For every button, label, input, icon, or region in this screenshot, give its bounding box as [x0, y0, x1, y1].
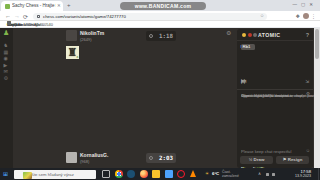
bookmark-star-icon[interactable]: ☆	[260, 13, 264, 18]
learn-icon[interactable]: ◉	[4, 55, 8, 61]
player-rating: (968)	[80, 159, 89, 164]
scrollbar-thumb[interactable]	[315, 29, 319, 59]
settings-icon[interactable]: ⚙	[4, 75, 8, 81]
search-highlight-art[interactable]	[23, 172, 32, 179]
flip-board-icon[interactable]: ⇲	[305, 79, 309, 84]
reload-icon[interactable]: ⟳	[23, 13, 28, 20]
player-clock: 2:03	[146, 153, 176, 164]
profile-avatar[interactable]	[303, 13, 309, 19]
opponent-avatar[interactable]	[66, 30, 77, 41]
player-avatar[interactable]	[66, 152, 77, 163]
opponent-clock: 1:18	[146, 31, 176, 42]
coin-icon	[242, 33, 246, 37]
volume-icon[interactable]	[272, 173, 275, 176]
close-icon[interactable]: ✕	[309, 2, 317, 7]
chesscom-logo-icon[interactable]: ♟	[3, 29, 9, 37]
emoji-icon[interactable]: ☺	[305, 148, 310, 153]
game-panel: ATOMIC ? 9.Kd1Rd810.Bxg5Bg4+11.Kc2Bd1+12…	[237, 29, 313, 168]
opera-icon[interactable]	[177, 170, 185, 178]
jump-end-button[interactable]: >|	[241, 79, 245, 84]
task-view-icon[interactable]	[102, 170, 110, 178]
opponent-rating: (2649)	[80, 37, 92, 42]
puzzles-icon[interactable]: ▦	[4, 49, 9, 55]
news-icon[interactable]: ✉	[4, 68, 8, 74]
tab-title: Šachy Chess - Hrajte šachy	[12, 3, 56, 8]
url-text[interactable]: chess.com/variants/atomic/game/74277770	[43, 14, 126, 19]
play-icon[interactable]: ♞	[4, 42, 8, 48]
windows-taskbar: ⊞ Napíšte sem hľadaný výraz ☀ 6°C Čiast.…	[0, 168, 320, 180]
new-tab-button[interactable]: +	[67, 2, 71, 8]
chesscom-favicon	[5, 4, 10, 9]
page-scrollbar[interactable]	[314, 28, 320, 168]
watch-icon[interactable]: ▶	[4, 62, 8, 68]
clock-icon	[149, 34, 153, 38]
chess-board[interactable]: 1♜♝♜2♚♝♟♜3♟♞4♟56♟♟7♟♟♟♟♟8hgfe♚dcb♝a♜	[66, 46, 170, 150]
vlc-icon[interactable]	[190, 170, 196, 177]
action-buttons: ½ Draw ⚑ Resign	[240, 156, 310, 165]
black-piece: ♜	[66, 46, 79, 59]
panel-header: ATOMIC ?	[237, 29, 313, 41]
help-icon[interactable]: ?	[306, 32, 309, 38]
weather-sun-icon[interactable]: ☀	[205, 171, 209, 176]
divider	[237, 89, 313, 90]
lock-icon	[37, 15, 40, 18]
extensions-icon[interactable]: ❖	[296, 13, 300, 19]
firefox-icon[interactable]	[140, 170, 148, 178]
window-controls[interactable]: —▢✕	[292, 2, 317, 7]
tray-date[interactable]: 13.9.2023	[283, 174, 311, 178]
chesscom-page: ♟ ♞▦◉▶✉⚙ NikolinTm (2649) 1:18 1♜♝♜2♚♝♟♜…	[0, 28, 320, 168]
edge-icon[interactable]	[127, 170, 135, 178]
player-name[interactable]: KornaliusG.	[80, 152, 108, 158]
bookmark-item[interactable]: Moji kamaráti – Ov…	[7, 21, 44, 28]
browser-toolbar: ← → ⟳ chess.com/variants/atomic/game/742…	[0, 11, 320, 21]
screen: Šachy Chess - Hrajte šachy ✕ + www.BANDI…	[0, 0, 320, 180]
tab-strip: Šachy Chess - Hrajte šachy ✕ + www.BANDI…	[0, 0, 320, 11]
tray-caret-icon[interactable]: ∧	[258, 171, 261, 176]
bomb-icon	[248, 33, 252, 37]
photos-icon[interactable]	[165, 170, 173, 178]
move-nav: |<<<<>>>>|⇲	[241, 79, 309, 87]
bandicam-watermark: www.BANDICAM.com	[120, 2, 206, 10]
network-icon[interactable]	[266, 173, 269, 176]
top-player-bar: NikolinTm (2649) 1:18	[66, 30, 176, 43]
chat-line: Game #16659770 created.	[241, 93, 290, 99]
variant-title: ATOMIC	[258, 32, 280, 38]
weather-temp[interactable]: 6°C	[212, 171, 219, 176]
chrome-icon[interactable]	[115, 170, 123, 178]
taskbar-search[interactable]: Napíšte sem hľadaný výraz	[14, 170, 96, 179]
bottom-player-bar: KornaliusG. (968) 2:03	[66, 152, 176, 165]
explorer-icon[interactable]	[152, 170, 160, 178]
board-square[interactable]: a♜	[66, 46, 79, 59]
start-button-icon[interactable]: ⊞	[3, 171, 8, 177]
browser-tab[interactable]: Šachy Chess - Hrajte šachy ✕	[1, 1, 63, 11]
pawn-badge-icon	[253, 33, 257, 37]
menu-dots-icon[interactable]: ⋮	[311, 13, 316, 19]
maximize-icon[interactable]: ▢	[301, 2, 309, 7]
back-icon[interactable]: ←	[5, 13, 11, 19]
chat-notice: Please keep chat respectful	[241, 149, 309, 154]
white-move[interactable]: Rb1	[241, 44, 255, 50]
weather-desc[interactable]: Čiast.zamračené	[222, 170, 239, 179]
opponent-name[interactable]: NikolinTm	[80, 30, 104, 36]
address-bar[interactable]: chess.com/variants/atomic/game/74277770 …	[33, 13, 267, 20]
tab-close-icon[interactable]: ✕	[57, 3, 61, 8]
draw-button[interactable]: ½ Draw	[240, 156, 273, 164]
resign-button[interactable]: ⚑ Resign	[276, 156, 309, 164]
minimize-icon[interactable]: —	[292, 2, 301, 7]
board-settings-gear-icon[interactable]: ⚙	[226, 29, 231, 36]
forward-icon[interactable]: →	[14, 13, 20, 19]
chesscom-sidebar: ♟ ♞▦◉▶✉⚙	[0, 28, 13, 168]
bookmarks-bar: GmailYouTubeMapyOverenie – GoogleOFICIÁL…	[0, 21, 320, 28]
clock-icon	[149, 156, 153, 160]
bookmark-favicon	[7, 21, 11, 25]
